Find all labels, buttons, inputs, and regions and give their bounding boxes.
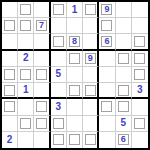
cell-r1c1	[2, 2, 18, 18]
cell-r1c9	[132, 2, 148, 18]
cell-r6c5[interactable]	[67, 83, 83, 99]
entry-box[interactable]	[69, 134, 80, 145]
cell-r5c3[interactable]	[34, 67, 50, 83]
entry-box[interactable]	[101, 20, 112, 31]
cell-r5c7	[99, 67, 115, 83]
given-digit: 1	[23, 85, 29, 95]
entry-box[interactable]	[53, 134, 64, 145]
cell-r4c1	[2, 51, 18, 67]
given-digit: 3	[137, 85, 143, 95]
cell-r3c4[interactable]	[51, 34, 67, 50]
cell-r4c6[interactable]: 9	[83, 51, 99, 67]
entry-box[interactable]	[85, 134, 96, 145]
cell-r5c4: 5	[51, 67, 67, 83]
cell-r2c7[interactable]	[99, 18, 115, 34]
given-digit: 5	[55, 69, 61, 79]
entry-box[interactable]	[20, 69, 31, 80]
cell-r6c6[interactable]	[83, 83, 99, 99]
entry-box[interactable]: 7	[36, 20, 47, 31]
cell-r8c2[interactable]	[18, 116, 34, 132]
cell-r9c7	[99, 132, 115, 148]
entry-box[interactable]	[69, 85, 80, 96]
cell-r8c7	[99, 116, 115, 132]
entered-digit: 6	[104, 37, 109, 46]
cell-r1c5: 1	[67, 2, 83, 18]
cell-r5c8	[116, 67, 132, 83]
cell-r8c3[interactable]	[34, 116, 50, 132]
cell-r9c8[interactable]: 6	[116, 132, 132, 148]
entry-box[interactable]	[4, 101, 15, 112]
cell-r1c3	[34, 2, 50, 18]
entry-box[interactable]	[134, 53, 145, 64]
entry-box[interactable]: 6	[118, 134, 129, 145]
cell-r4c8[interactable]	[116, 51, 132, 67]
given-digit: 2	[23, 53, 29, 63]
cell-r2c9	[132, 18, 148, 34]
cell-r7c1[interactable]	[2, 99, 18, 115]
cell-r7c2	[18, 99, 34, 115]
cell-r8c1	[2, 116, 18, 132]
entered-digit: 8	[72, 37, 77, 46]
entry-box[interactable]	[20, 4, 31, 15]
entry-box[interactable]	[53, 4, 64, 15]
cell-r5c5	[67, 67, 83, 83]
cell-r4c9[interactable]	[132, 51, 148, 67]
cell-r9c5[interactable]	[67, 132, 83, 148]
cell-r2c3[interactable]: 7	[34, 18, 50, 34]
entry-box[interactable]	[4, 85, 15, 96]
entry-box[interactable]	[118, 85, 129, 96]
entered-digit: 9	[88, 54, 93, 63]
given-digit: 1	[72, 5, 78, 15]
cell-r6c4	[51, 83, 67, 99]
entry-box[interactable]	[20, 20, 31, 31]
cell-r3c8	[116, 34, 132, 50]
cell-r8c5	[67, 116, 83, 132]
cell-r9c6[interactable]	[83, 132, 99, 148]
cell-r8c8: 5	[116, 116, 132, 132]
entry-box[interactable]	[69, 53, 80, 64]
entry-box[interactable]	[134, 69, 145, 80]
given-digit: 3	[55, 102, 61, 112]
cell-r2c2[interactable]	[18, 18, 34, 34]
cell-r5c6	[83, 67, 99, 83]
entry-box[interactable]: 9	[101, 4, 112, 15]
cell-r8c9[interactable]	[132, 116, 148, 132]
entry-box[interactable]	[85, 85, 96, 96]
entry-box[interactable]	[134, 118, 145, 129]
cell-r7c9	[132, 99, 148, 115]
cell-r1c2[interactable]	[18, 2, 34, 18]
cell-r3c7[interactable]: 6	[99, 34, 115, 50]
entered-digit: 9	[104, 5, 109, 14]
cell-r3c3	[34, 34, 50, 50]
cell-r7c5	[67, 99, 83, 115]
cell-r7c7[interactable]	[99, 99, 115, 115]
cell-r6c7	[99, 83, 115, 99]
entry-box[interactable]	[36, 69, 47, 80]
entry-box[interactable]	[36, 101, 47, 112]
cell-r3c9[interactable]	[132, 34, 148, 50]
entry-box[interactable]	[118, 53, 129, 64]
cell-r5c9[interactable]	[132, 67, 148, 83]
cell-r3c1	[2, 34, 18, 50]
given-digit: 2	[7, 135, 13, 145]
cell-r2c5	[67, 18, 83, 34]
cell-r3c6	[83, 34, 99, 50]
entry-box[interactable]: 8	[69, 36, 80, 47]
cell-r4c4	[51, 51, 67, 67]
cell-r6c8[interactable]	[116, 83, 132, 99]
entry-box[interactable]	[20, 118, 31, 129]
cell-r8c4[interactable]	[51, 116, 67, 132]
cell-r9c2	[18, 132, 34, 148]
cell-r6c9: 3	[132, 83, 148, 99]
cell-r1c8	[116, 2, 132, 18]
entry-box[interactable]	[85, 4, 96, 15]
cell-r6c1[interactable]	[2, 83, 18, 99]
cell-r7c4: 3	[51, 99, 67, 115]
cell-r6c2: 1	[18, 83, 34, 99]
cell-r4c5[interactable]	[67, 51, 83, 67]
cell-r5c1[interactable]	[2, 67, 18, 83]
cell-r9c9	[132, 132, 148, 148]
entry-box[interactable]	[4, 20, 15, 31]
entry-box[interactable]	[4, 69, 15, 80]
cell-r3c5[interactable]: 8	[67, 34, 83, 50]
cell-r2c4	[51, 18, 67, 34]
cell-r6c3	[34, 83, 50, 99]
entry-box[interactable]	[53, 118, 64, 129]
cell-r7c6	[83, 99, 99, 115]
cell-r9c1: 2	[2, 132, 18, 148]
entry-box[interactable]	[134, 36, 145, 47]
cell-r2c1[interactable]	[2, 18, 18, 34]
entered-digit: 7	[39, 21, 44, 30]
cell-r2c6	[83, 18, 99, 34]
cell-r3c2	[18, 34, 34, 50]
cell-r9c3	[34, 132, 50, 148]
cell-r1c7[interactable]: 9	[99, 2, 115, 18]
entry-box[interactable]	[118, 101, 129, 112]
entered-digit: 6	[121, 135, 126, 144]
cell-r1c6[interactable]	[83, 2, 99, 18]
entry-box[interactable]	[36, 118, 47, 129]
cell-r7c8[interactable]	[116, 99, 132, 115]
cell-r4c3	[34, 51, 50, 67]
cell-r2c8	[116, 18, 132, 34]
sudoku-board: 19786295133526	[0, 0, 150, 150]
cell-r7c3[interactable]	[34, 99, 50, 115]
cell-r9c4[interactable]	[51, 132, 67, 148]
cell-r4c2: 2	[18, 51, 34, 67]
cell-r1c4[interactable]	[51, 2, 67, 18]
entry-box[interactable]	[53, 36, 64, 47]
given-digit: 5	[120, 118, 126, 128]
cell-r8c6	[83, 116, 99, 132]
entry-box[interactable]: 9	[85, 53, 96, 64]
entry-box[interactable]	[101, 101, 112, 112]
cell-r5c2[interactable]	[18, 67, 34, 83]
cell-r4c7	[99, 51, 115, 67]
entry-box[interactable]: 6	[101, 36, 112, 47]
